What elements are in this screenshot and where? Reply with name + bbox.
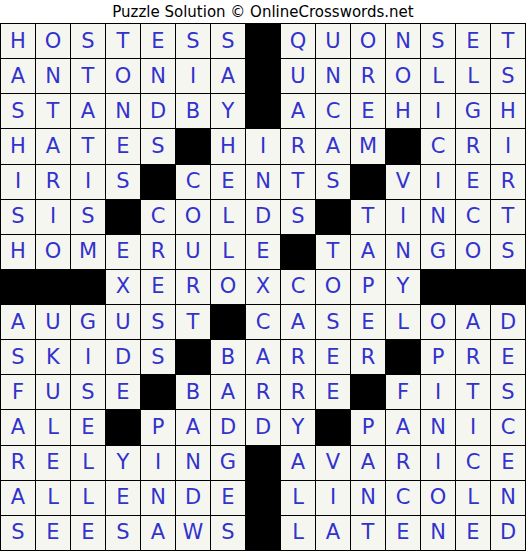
grid-cell: R <box>351 340 386 375</box>
grid-cell: N <box>421 410 456 445</box>
grid-cell: L <box>281 516 316 551</box>
grid-cell: L <box>36 481 71 516</box>
grid-cell: S <box>1 340 36 375</box>
grid-cell: U <box>106 305 141 340</box>
grid-cell: U <box>281 59 316 94</box>
grid-cell: I <box>1 165 36 200</box>
grid-cell: I <box>141 446 176 481</box>
grid-cell: E <box>316 340 351 375</box>
grid-cell: D <box>491 305 526 340</box>
grid-cell: E <box>351 94 386 129</box>
grid-cell: R <box>351 59 386 94</box>
grid-cell: B <box>211 340 246 375</box>
grid-cell: S <box>491 375 526 410</box>
grid-cell: Q <box>281 24 316 59</box>
grid-cell: E <box>491 446 526 481</box>
grid-cell: G <box>211 446 246 481</box>
grid-cell: T <box>71 59 106 94</box>
grid-cell: C <box>386 481 421 516</box>
grid-cell: O <box>456 235 491 270</box>
grid-cell: S <box>141 129 176 164</box>
block-cell <box>456 270 491 305</box>
block-cell <box>246 516 281 551</box>
grid-cell: P <box>141 410 176 445</box>
grid-cell: R <box>281 129 316 164</box>
grid-cell: A <box>281 446 316 481</box>
block-cell <box>71 270 106 305</box>
block-cell <box>351 165 386 200</box>
grid-cell: C <box>281 270 316 305</box>
grid-cell: G <box>421 235 456 270</box>
grid-cell: L <box>211 235 246 270</box>
grid-cell: E <box>106 129 141 164</box>
block-cell <box>141 165 176 200</box>
grid-cell: E <box>106 375 141 410</box>
grid-cell: I <box>316 481 351 516</box>
grid-cell: S <box>491 59 526 94</box>
grid-cell: H <box>1 129 36 164</box>
grid-cell: C <box>316 94 351 129</box>
grid-cell: P <box>421 340 456 375</box>
grid-cell: O <box>36 235 71 270</box>
grid-cell: T <box>456 375 491 410</box>
grid-cell: L <box>71 446 106 481</box>
grid-cell: E <box>351 305 386 340</box>
grid-cell: L <box>386 305 421 340</box>
grid-cell: I <box>386 200 421 235</box>
grid-cell: A <box>316 129 351 164</box>
grid-cell: C <box>491 410 526 445</box>
block-cell <box>316 410 351 445</box>
grid-cell: K <box>36 340 71 375</box>
grid-cell: N <box>106 94 141 129</box>
grid-cell: T <box>281 165 316 200</box>
grid-cell: L <box>211 200 246 235</box>
grid-cell: I <box>456 410 491 445</box>
grid-cell: S <box>491 235 526 270</box>
grid-cell: X <box>106 270 141 305</box>
grid-cell: O <box>211 270 246 305</box>
grid-cell: S <box>71 375 106 410</box>
grid-cell: H <box>211 129 246 164</box>
grid-cell: A <box>71 94 106 129</box>
grid-cell: N <box>491 481 526 516</box>
grid-cell: S <box>211 24 246 59</box>
grid-cell: I <box>421 375 456 410</box>
grid-cell: A <box>1 481 36 516</box>
block-cell <box>281 235 316 270</box>
grid-cell: D <box>211 410 246 445</box>
page-title: Puzzle Solution © OnlineCrosswords.net <box>0 0 526 23</box>
grid-cell: V <box>386 165 421 200</box>
grid-cell: E <box>211 165 246 200</box>
puzzle-solution-page: Puzzle Solution © OnlineCrosswords.net H… <box>0 0 526 551</box>
grid-cell: U <box>316 24 351 59</box>
grid-cell: E <box>491 340 526 375</box>
block-cell <box>246 94 281 129</box>
grid-cell: A <box>211 59 246 94</box>
grid-cell: O <box>36 24 71 59</box>
grid-cell: I <box>491 129 526 164</box>
grid-cell: H <box>491 94 526 129</box>
block-cell <box>176 340 211 375</box>
grid-cell: S <box>71 200 106 235</box>
grid-cell: T <box>106 24 141 59</box>
grid-cell: N <box>421 516 456 551</box>
block-cell <box>491 270 526 305</box>
block-cell <box>316 200 351 235</box>
grid-cell: T <box>36 94 71 129</box>
grid-cell: E <box>316 375 351 410</box>
grid-cell: L <box>71 481 106 516</box>
grid-cell: S <box>211 516 246 551</box>
grid-cell: B <box>176 375 211 410</box>
grid-cell: E <box>211 481 246 516</box>
grid-cell: E <box>36 446 71 481</box>
grid-cell: C <box>421 129 456 164</box>
block-cell <box>1 270 36 305</box>
grid-cell: C <box>176 165 211 200</box>
grid-cell: N <box>36 59 71 94</box>
grid-cell: S <box>106 165 141 200</box>
grid-cell: M <box>351 129 386 164</box>
grid-cell: O <box>386 59 421 94</box>
grid-cell: O <box>176 200 211 235</box>
grid-cell: I <box>71 165 106 200</box>
grid-cell: G <box>71 305 106 340</box>
grid-cell: I <box>36 200 71 235</box>
grid-cell: E <box>386 516 421 551</box>
grid-cell: N <box>421 200 456 235</box>
block-cell <box>106 200 141 235</box>
grid-cell: R <box>176 270 211 305</box>
grid-cell: N <box>141 59 176 94</box>
grid-cell: R <box>386 446 421 481</box>
grid-cell: R <box>281 340 316 375</box>
grid-cell: C <box>246 305 281 340</box>
grid-cell: G <box>456 94 491 129</box>
grid-cell: F <box>386 375 421 410</box>
grid-cell: S <box>1 200 36 235</box>
grid-cell: S <box>1 516 36 551</box>
grid-cell: A <box>211 375 246 410</box>
grid-cell: S <box>141 305 176 340</box>
grid-cell: W <box>176 516 211 551</box>
grid-cell: S <box>281 200 316 235</box>
grid-cell: A <box>176 410 211 445</box>
grid-cell: I <box>421 94 456 129</box>
grid-cell: T <box>351 200 386 235</box>
grid-cell: A <box>1 305 36 340</box>
grid-cell: I <box>421 165 456 200</box>
grid-cell: A <box>316 516 351 551</box>
grid-cell: L <box>456 481 491 516</box>
grid-cell: E <box>71 516 106 551</box>
grid-cell: U <box>176 235 211 270</box>
crossword-grid: HOSTESSQUONSETANTONIAUNROLLSSTANDBYACEHI… <box>0 23 526 551</box>
grid-cell: S <box>141 340 176 375</box>
grid-cell: E <box>456 516 491 551</box>
grid-cell: L <box>421 59 456 94</box>
grid-cell: R <box>456 129 491 164</box>
grid-cell: S <box>316 305 351 340</box>
grid-cell: S <box>1 94 36 129</box>
grid-cell: M <box>71 235 106 270</box>
grid-cell: D <box>141 94 176 129</box>
grid-cell: D <box>246 410 281 445</box>
block-cell <box>176 129 211 164</box>
grid-cell: A <box>281 305 316 340</box>
grid-cell: I <box>71 340 106 375</box>
grid-cell: P <box>351 410 386 445</box>
grid-cell: H <box>1 24 36 59</box>
block-cell <box>246 24 281 59</box>
block-cell <box>386 340 421 375</box>
grid-cell: A <box>246 340 281 375</box>
grid-cell: A <box>456 305 491 340</box>
grid-cell: I <box>421 446 456 481</box>
block-cell <box>246 446 281 481</box>
grid-cell: A <box>141 516 176 551</box>
grid-cell: S <box>316 165 351 200</box>
grid-cell: O <box>106 59 141 94</box>
grid-cell: C <box>141 200 176 235</box>
grid-cell: D <box>246 200 281 235</box>
grid-cell: E <box>36 516 71 551</box>
grid-cell: T <box>176 305 211 340</box>
block-cell <box>421 270 456 305</box>
grid-cell: R <box>141 235 176 270</box>
grid-cell: E <box>456 24 491 59</box>
grid-cell: E <box>456 165 491 200</box>
block-cell <box>211 305 246 340</box>
grid-cell: A <box>281 94 316 129</box>
grid-cell: E <box>246 235 281 270</box>
grid-cell: N <box>176 446 211 481</box>
grid-cell: S <box>176 24 211 59</box>
grid-cell: Y <box>211 94 246 129</box>
grid-cell: X <box>246 270 281 305</box>
grid-cell: T <box>491 24 526 59</box>
grid-cell: D <box>106 340 141 375</box>
grid-cell: E <box>141 270 176 305</box>
grid-cell: C <box>456 446 491 481</box>
grid-cell: O <box>421 305 456 340</box>
grid-cell: L <box>36 410 71 445</box>
grid-cell: I <box>176 59 211 94</box>
grid-cell: P <box>351 270 386 305</box>
grid-cell: A <box>1 410 36 445</box>
block-cell <box>351 375 386 410</box>
grid-cell: F <box>1 375 36 410</box>
grid-cell: O <box>316 270 351 305</box>
block-cell <box>36 270 71 305</box>
grid-cell: I <box>246 129 281 164</box>
grid-cell: D <box>176 481 211 516</box>
block-cell <box>246 59 281 94</box>
grid-cell: S <box>71 24 106 59</box>
block-cell <box>141 375 176 410</box>
grid-cell: R <box>246 375 281 410</box>
grid-cell: Y <box>106 446 141 481</box>
grid-cell: V <box>316 446 351 481</box>
grid-cell: O <box>351 24 386 59</box>
grid-cell: O <box>421 481 456 516</box>
block-cell <box>386 129 421 164</box>
grid-cell: T <box>316 235 351 270</box>
grid-cell: A <box>36 129 71 164</box>
grid-cell: H <box>386 94 421 129</box>
grid-cell: R <box>491 165 526 200</box>
grid-cell: R <box>456 340 491 375</box>
grid-cell: R <box>1 446 36 481</box>
grid-cell: E <box>106 235 141 270</box>
grid-cell: A <box>351 235 386 270</box>
grid-cell: T <box>491 200 526 235</box>
grid-cell: A <box>386 410 421 445</box>
grid-cell: B <box>176 94 211 129</box>
grid-cell: N <box>246 165 281 200</box>
block-cell <box>106 410 141 445</box>
grid-cell: T <box>71 129 106 164</box>
grid-cell: Y <box>386 270 421 305</box>
grid-cell: R <box>281 375 316 410</box>
grid-cell: L <box>281 481 316 516</box>
grid-cell: U <box>36 375 71 410</box>
grid-cell: H <box>1 235 36 270</box>
grid-cell: A <box>351 446 386 481</box>
grid-cell: S <box>106 516 141 551</box>
grid-cell: T <box>351 516 386 551</box>
block-cell <box>246 481 281 516</box>
grid-cell: C <box>456 200 491 235</box>
grid-cell: N <box>141 481 176 516</box>
grid-cell: N <box>386 235 421 270</box>
grid-cell: N <box>316 59 351 94</box>
grid-cell: E <box>106 481 141 516</box>
grid-cell: U <box>36 305 71 340</box>
grid-cell: S <box>421 24 456 59</box>
grid-cell: Y <box>281 410 316 445</box>
grid-cell: A <box>1 59 36 94</box>
grid-cell: D <box>491 516 526 551</box>
grid-cell: N <box>386 24 421 59</box>
grid-cell: L <box>456 59 491 94</box>
grid-cell: E <box>141 24 176 59</box>
grid-cell: N <box>351 481 386 516</box>
grid-cell: R <box>36 165 71 200</box>
grid-cell: E <box>71 410 106 445</box>
